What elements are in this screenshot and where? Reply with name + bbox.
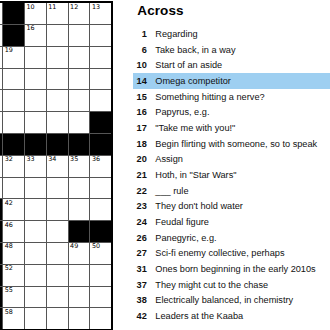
clue-number: 22: [133, 186, 147, 196]
cell-number: 32: [5, 156, 13, 163]
clue-text: Assign: [155, 154, 183, 164]
clue-number: 10: [133, 60, 147, 70]
white-cell[interactable]: [90, 25, 111, 46]
white-cell[interactable]: [0, 178, 2, 199]
clue-row-15[interactable]: 15Something hitting a nerve?: [133, 89, 330, 105]
white-cell[interactable]: [69, 178, 90, 199]
black-cell: [0, 134, 2, 155]
white-cell[interactable]: [90, 199, 111, 220]
white-cell[interactable]: [0, 69, 2, 90]
black-cell: [47, 134, 68, 155]
across-panel: Across 1Regarding6Take back, in a way10S…: [133, 0, 330, 330]
clue-row-31[interactable]: 31Ones born beginning in the early 2010s: [133, 261, 330, 277]
white-cell[interactable]: [47, 308, 68, 329]
white-cell[interactable]: 33: [25, 156, 46, 177]
clue-row-6[interactable]: 6Take back, in a way: [133, 42, 330, 58]
white-cell[interactable]: [90, 178, 111, 199]
white-cell[interactable]: [90, 47, 111, 68]
clue-text: Papyrus, e.g.: [155, 107, 209, 117]
white-cell[interactable]: [25, 178, 46, 199]
cell-number: 11: [48, 4, 56, 11]
white-cell[interactable]: [69, 69, 90, 90]
black-cell: [25, 134, 46, 155]
black-cell: [0, 287, 2, 308]
cell-number: 36: [92, 156, 100, 163]
cell-number: 42: [5, 200, 13, 207]
clue-number: 38: [133, 295, 147, 305]
black-cell: [3, 25, 24, 46]
white-cell[interactable]: [0, 112, 2, 133]
clue-number: 16: [133, 107, 147, 117]
crossword-grid[interactable]: 10111213161932333435364246484950525558: [0, 1, 113, 330]
cell-number: 52: [5, 265, 13, 272]
white-cell[interactable]: [25, 287, 46, 308]
white-cell[interactable]: [3, 178, 24, 199]
clue-text: Omega competitor: [155, 76, 231, 86]
white-cell[interactable]: [69, 308, 90, 329]
black-cell: [69, 221, 90, 242]
cell-number: 10: [27, 4, 35, 11]
black-cell: [69, 134, 90, 155]
white-cell[interactable]: [0, 90, 2, 111]
white-cell[interactable]: [90, 69, 111, 90]
white-cell[interactable]: [0, 47, 2, 68]
cell-number: 50: [92, 243, 100, 250]
white-cell[interactable]: [69, 25, 90, 46]
white-cell[interactable]: [47, 112, 68, 133]
white-cell[interactable]: [69, 287, 90, 308]
cell-number: 33: [27, 156, 35, 163]
white-cell[interactable]: [3, 90, 24, 111]
white-cell[interactable]: [25, 90, 46, 111]
clue-row-17[interactable]: 17"Take me with you!": [133, 120, 330, 136]
clue-number: 37: [133, 280, 147, 290]
clue-text: Something hitting a nerve?: [155, 92, 264, 102]
white-cell[interactable]: 36: [90, 156, 111, 177]
white-cell[interactable]: [0, 25, 2, 46]
white-cell[interactable]: 13: [90, 3, 111, 24]
clue-number: 31: [133, 264, 147, 274]
black-cell: [0, 221, 2, 242]
black-cell: [90, 134, 111, 155]
white-cell[interactable]: 35: [69, 156, 90, 177]
white-cell[interactable]: [25, 69, 46, 90]
black-cell: [0, 308, 2, 329]
clue-text: Take back, in a way: [155, 45, 235, 55]
white-cell[interactable]: 48: [3, 243, 24, 264]
clue-row-10[interactable]: 10Start of an aside: [133, 57, 330, 73]
white-cell[interactable]: [47, 69, 68, 90]
clue-text: Hoth, in "Star Wars": [155, 170, 236, 180]
white-cell[interactable]: [3, 112, 24, 133]
white-cell[interactable]: [47, 25, 68, 46]
clue-text: They don't hold water: [155, 201, 243, 211]
clue-row-23[interactable]: 23They don't hold water: [133, 198, 330, 214]
white-cell[interactable]: [25, 308, 46, 329]
black-cell: [90, 221, 111, 242]
clue-text: Panegyric, e.g.: [155, 233, 216, 243]
clue-row-26[interactable]: 26Panegyric, e.g.: [133, 230, 330, 246]
clue-row-20[interactable]: 20Assign: [133, 151, 330, 167]
clue-row-37[interactable]: 37They might cut to the chase: [133, 277, 330, 293]
white-cell[interactable]: [47, 265, 68, 286]
white-cell[interactable]: [25, 47, 46, 68]
black-cell: [3, 3, 24, 24]
white-cell[interactable]: 55: [3, 287, 24, 308]
white-cell[interactable]: [69, 90, 90, 111]
white-cell[interactable]: [90, 90, 111, 111]
clue-text: Start of an aside: [155, 60, 222, 70]
white-cell[interactable]: [47, 243, 68, 264]
black-cell: [0, 199, 2, 220]
clue-text: "Take me with you!": [155, 123, 235, 133]
white-cell[interactable]: [47, 199, 68, 220]
white-cell[interactable]: [25, 221, 46, 242]
cell-number: 58: [5, 309, 13, 316]
white-cell[interactable]: [25, 243, 46, 264]
clue-text: Sci-fi enemy collective, perhaps: [155, 248, 284, 258]
clue-row-1[interactable]: 1Regarding: [133, 26, 330, 42]
white-cell[interactable]: 19: [3, 47, 24, 68]
white-cell[interactable]: 42: [3, 199, 24, 220]
clue-row-27[interactable]: 27Sci-fi enemy collective, perhaps: [133, 245, 330, 261]
white-cell[interactable]: 34: [47, 156, 68, 177]
white-cell[interactable]: 10: [25, 3, 46, 24]
black-cell: [90, 112, 111, 133]
white-cell[interactable]: [47, 287, 68, 308]
white-cell[interactable]: 32: [3, 156, 24, 177]
clue-number: 14: [133, 76, 147, 86]
white-cell[interactable]: [25, 199, 46, 220]
white-cell[interactable]: [69, 199, 90, 220]
white-cell[interactable]: [69, 47, 90, 68]
clue-text: Electrically balanced, in chemistry: [155, 295, 293, 305]
clue-number: 15: [133, 92, 147, 102]
clue-text: They might cut to the chase: [155, 280, 268, 290]
clue-text: ___ rule: [155, 186, 188, 196]
clue-text: Begin flirting with someone, so to speak: [155, 139, 317, 149]
clue-number: 17: [133, 123, 147, 133]
white-cell[interactable]: 46: [3, 221, 24, 242]
clue-text: Feudal figure: [155, 217, 209, 227]
white-cell[interactable]: [0, 3, 2, 24]
white-cell[interactable]: [0, 156, 2, 177]
cell-number: 12: [70, 4, 78, 11]
white-cell[interactable]: 11: [47, 3, 68, 24]
clue-number: 27: [133, 248, 147, 258]
clue-number: 26: [133, 233, 147, 243]
clue-text: Ones born beginning in the early 2010s: [155, 264, 315, 274]
clue-number: 1: [133, 29, 147, 39]
white-cell[interactable]: [25, 112, 46, 133]
cell-number: 13: [92, 4, 100, 11]
clue-number: 23: [133, 201, 147, 211]
black-cell: [0, 243, 2, 264]
white-cell[interactable]: [3, 69, 24, 90]
white-cell[interactable]: [47, 47, 68, 68]
across-heading: Across: [133, 0, 330, 18]
cell-number: 49: [70, 243, 78, 250]
cell-number: 46: [5, 222, 13, 229]
clue-number: 20: [133, 154, 147, 164]
clue-number: 24: [133, 217, 147, 227]
white-cell[interactable]: 12: [69, 3, 90, 24]
white-cell[interactable]: [90, 265, 111, 286]
clue-row-24[interactable]: 24Feudal figure: [133, 214, 330, 230]
clue-row-18[interactable]: 18Begin flirting with someone, so to spe…: [133, 136, 330, 152]
clue-row-21[interactable]: 21Hoth, in "Star Wars": [133, 167, 330, 183]
clue-number: 42: [133, 311, 147, 321]
white-cell[interactable]: [90, 287, 111, 308]
white-cell[interactable]: [69, 112, 90, 133]
cell-number: 55: [5, 287, 13, 294]
white-cell[interactable]: 52: [3, 265, 24, 286]
black-cell: [3, 134, 24, 155]
clue-row-14[interactable]: 14Omega competitor: [133, 73, 330, 89]
white-cell[interactable]: [25, 265, 46, 286]
clue-number: 6: [133, 45, 147, 55]
cell-number: 16: [27, 25, 35, 32]
cell-number: 34: [48, 156, 56, 163]
white-cell[interactable]: 58: [3, 308, 24, 329]
white-cell[interactable]: [47, 221, 68, 242]
clue-list: 1Regarding6Take back, in a way10Start of…: [133, 26, 330, 324]
white-cell[interactable]: [90, 308, 111, 329]
black-cell: [0, 265, 2, 286]
white-cell[interactable]: 49: [69, 243, 90, 264]
clue-text: Regarding: [155, 29, 197, 39]
cell-number: 19: [5, 47, 13, 54]
clue-row-22[interactable]: 22___ rule: [133, 183, 330, 199]
clue-row-38[interactable]: 38Electrically balanced, in chemistry: [133, 292, 330, 308]
clue-row-42[interactable]: 42Leaders at the Kaaba: [133, 308, 330, 324]
cell-number: 35: [70, 156, 78, 163]
clue-row-16[interactable]: 16Papyrus, e.g.: [133, 104, 330, 120]
clue-number: 18: [133, 139, 147, 149]
white-cell[interactable]: 50: [90, 243, 111, 264]
white-cell[interactable]: [47, 90, 68, 111]
cell-number: 48: [5, 243, 13, 250]
white-cell[interactable]: [47, 178, 68, 199]
white-cell[interactable]: 16: [25, 25, 46, 46]
white-cell[interactable]: [69, 265, 90, 286]
crossword-app: 10111213161932333435364246484950525558 A…: [0, 0, 330, 330]
clue-text: Leaders at the Kaaba: [155, 311, 243, 321]
clue-number: 21: [133, 170, 147, 180]
